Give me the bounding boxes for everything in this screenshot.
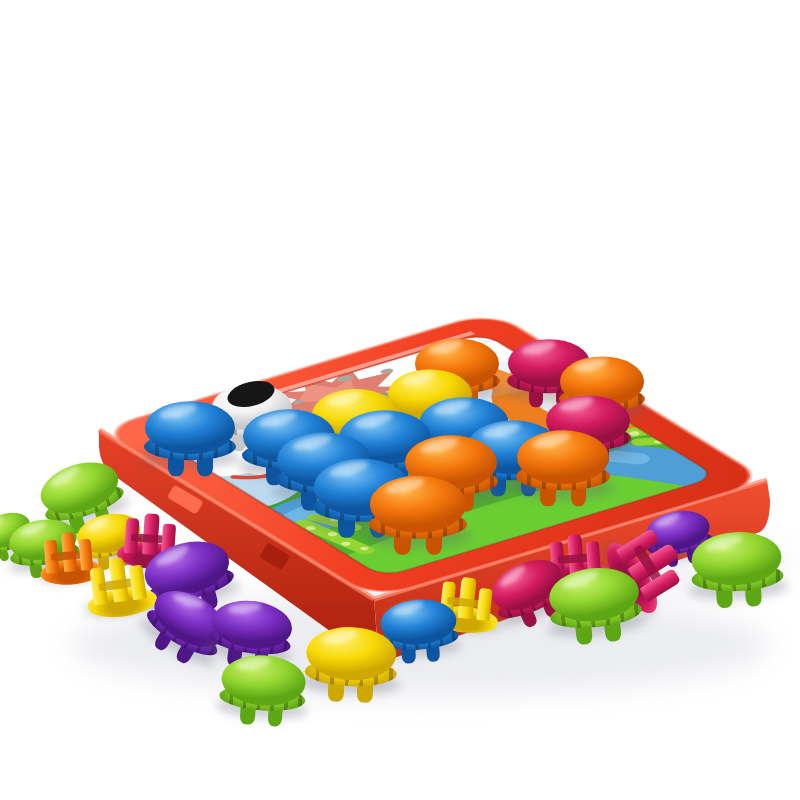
board-peg-blue[interactable] — [144, 401, 236, 473]
board-peg-orange[interactable] — [516, 430, 610, 503]
product-photo-scene — [0, 0, 800, 800]
loose-peg-yellow[interactable] — [304, 626, 398, 701]
loose-peg-green[interactable] — [689, 530, 785, 606]
peg-dome — [370, 476, 466, 533]
loose-peg-green[interactable] — [218, 653, 308, 726]
loose-peg-green[interactable] — [546, 564, 645, 645]
peg-dome — [517, 430, 609, 484]
peg-layer — [0, 0, 800, 800]
board-peg-orange[interactable] — [369, 476, 467, 552]
peg-dome — [145, 401, 235, 454]
